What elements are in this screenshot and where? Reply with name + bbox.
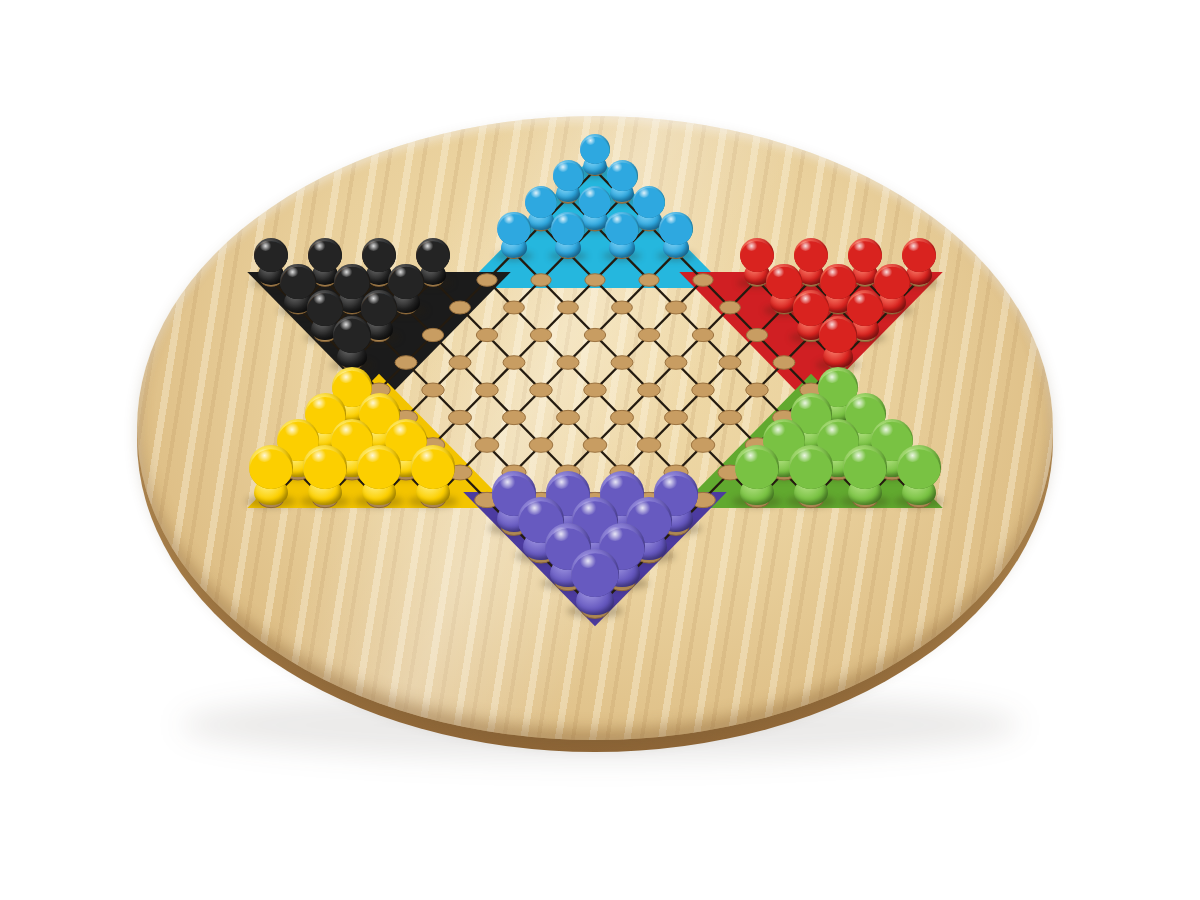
peg-green[interactable]: ●: [843, 445, 886, 505]
peg-yellow[interactable]: ●: [357, 445, 400, 505]
peg-blue[interactable]: ●: [659, 212, 692, 258]
peg-head: ●: [605, 212, 638, 245]
peg-head: ●: [551, 212, 584, 245]
peg-blue[interactable]: ●: [605, 212, 638, 258]
peg-head: ●: [411, 445, 454, 488]
peg-layer: ●●●●●●●●●●●●●●●●●●●●●●●●●●●●●●●●●●●●●●●●…: [0, 0, 1200, 900]
peg-head: ●: [333, 316, 371, 354]
peg-head: ●: [897, 445, 940, 488]
peg-head: ●: [303, 445, 346, 488]
peg-red[interactable]: ●: [819, 316, 857, 368]
peg-head: ●: [735, 445, 778, 488]
peg-green[interactable]: ●: [735, 445, 778, 505]
photo-scene: ●●●●●●●●●●●●●●●●●●●●●●●●●●●●●●●●●●●●●●●●…: [0, 0, 1200, 900]
peg-head: ●: [580, 134, 610, 164]
peg-head: ●: [843, 445, 886, 488]
peg-head: ●: [357, 445, 400, 488]
peg-yellow[interactable]: ●: [411, 445, 454, 505]
peg-head: ●: [819, 316, 857, 354]
peg-purple[interactable]: ●: [571, 549, 619, 615]
peg-yellow[interactable]: ●: [249, 445, 292, 505]
peg-black[interactable]: ●: [333, 316, 371, 368]
peg-head: ●: [497, 212, 530, 245]
peg-green[interactable]: ●: [897, 445, 940, 505]
peg-head: ●: [659, 212, 692, 245]
peg-blue[interactable]: ●: [580, 134, 610, 175]
peg-blue[interactable]: ●: [551, 212, 584, 258]
peg-yellow[interactable]: ●: [303, 445, 346, 505]
peg-head: ●: [789, 445, 832, 488]
peg-green[interactable]: ●: [789, 445, 832, 505]
peg-head: ●: [571, 549, 619, 597]
peg-head: ●: [249, 445, 292, 488]
peg-blue[interactable]: ●: [497, 212, 530, 258]
